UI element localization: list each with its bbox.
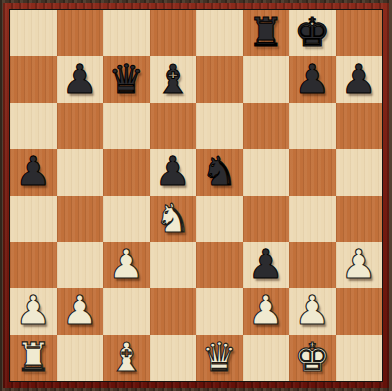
piece-white-rook-a1[interactable]: ♜ bbox=[15, 337, 51, 377]
square-b2[interactable]: ♟ bbox=[57, 288, 104, 334]
square-h7[interactable]: ♟ bbox=[336, 56, 383, 102]
square-d6[interactable] bbox=[150, 103, 197, 149]
piece-white-king-g1[interactable]: ♚ bbox=[294, 337, 330, 377]
square-g6[interactable] bbox=[289, 103, 336, 149]
square-g7[interactable]: ♟ bbox=[289, 56, 336, 102]
square-a4[interactable] bbox=[10, 196, 57, 242]
piece-white-pawn-c3[interactable]: ♟ bbox=[108, 244, 144, 284]
piece-black-pawn-h7[interactable]: ♟ bbox=[341, 59, 377, 99]
square-g1[interactable]: ♚ bbox=[289, 335, 336, 381]
square-c4[interactable] bbox=[103, 196, 150, 242]
piece-white-pawn-h3[interactable]: ♟ bbox=[341, 244, 377, 284]
square-b3[interactable] bbox=[57, 242, 104, 288]
square-f8[interactable]: ♜ bbox=[243, 10, 290, 56]
square-e8[interactable] bbox=[196, 10, 243, 56]
square-e4[interactable] bbox=[196, 196, 243, 242]
square-a8[interactable] bbox=[10, 10, 57, 56]
piece-white-bishop-c1[interactable]: ♝ bbox=[108, 337, 144, 377]
square-c6[interactable] bbox=[103, 103, 150, 149]
piece-black-knight-e5[interactable]: ♞ bbox=[201, 151, 237, 191]
piece-white-knight-d4[interactable]: ♞ bbox=[155, 198, 191, 238]
square-b4[interactable] bbox=[57, 196, 104, 242]
square-d7[interactable]: ♝ bbox=[150, 56, 197, 102]
square-c3[interactable]: ♟ bbox=[103, 242, 150, 288]
square-b8[interactable] bbox=[57, 10, 104, 56]
square-h5[interactable] bbox=[336, 149, 383, 195]
piece-black-pawn-b7[interactable]: ♟ bbox=[62, 59, 98, 99]
square-c5[interactable] bbox=[103, 149, 150, 195]
piece-black-pawn-g7[interactable]: ♟ bbox=[294, 59, 330, 99]
board-outer-frame: ♜♚♟♛♝♟♟♟♟♞♞♟♟♟♟♟♟♟♜♝♛♚ bbox=[0, 0, 392, 391]
square-g8[interactable]: ♚ bbox=[289, 10, 336, 56]
square-g4[interactable] bbox=[289, 196, 336, 242]
square-d3[interactable] bbox=[150, 242, 197, 288]
square-a1[interactable]: ♜ bbox=[10, 335, 57, 381]
square-h1[interactable] bbox=[336, 335, 383, 381]
piece-white-queen-e1[interactable]: ♛ bbox=[201, 337, 237, 377]
square-d2[interactable] bbox=[150, 288, 197, 334]
square-c1[interactable]: ♝ bbox=[103, 335, 150, 381]
square-f5[interactable] bbox=[243, 149, 290, 195]
piece-black-pawn-f3[interactable]: ♟ bbox=[248, 244, 284, 284]
square-f1[interactable] bbox=[243, 335, 290, 381]
square-a7[interactable] bbox=[10, 56, 57, 102]
piece-black-pawn-d5[interactable]: ♟ bbox=[155, 151, 191, 191]
square-h6[interactable] bbox=[336, 103, 383, 149]
square-a2[interactable]: ♟ bbox=[10, 288, 57, 334]
piece-white-pawn-f2[interactable]: ♟ bbox=[248, 290, 284, 330]
square-h2[interactable] bbox=[336, 288, 383, 334]
square-d8[interactable] bbox=[150, 10, 197, 56]
square-a5[interactable]: ♟ bbox=[10, 149, 57, 195]
square-e7[interactable] bbox=[196, 56, 243, 102]
piece-white-pawn-g2[interactable]: ♟ bbox=[294, 290, 330, 330]
square-e2[interactable] bbox=[196, 288, 243, 334]
piece-white-pawn-a2[interactable]: ♟ bbox=[15, 290, 51, 330]
square-f4[interactable] bbox=[243, 196, 290, 242]
square-c8[interactable] bbox=[103, 10, 150, 56]
square-h8[interactable] bbox=[336, 10, 383, 56]
piece-white-pawn-b2[interactable]: ♟ bbox=[62, 290, 98, 330]
square-g2[interactable]: ♟ bbox=[289, 288, 336, 334]
chess-board: ♜♚♟♛♝♟♟♟♟♞♞♟♟♟♟♟♟♟♜♝♛♚ bbox=[9, 9, 383, 382]
square-a3[interactable] bbox=[10, 242, 57, 288]
square-b6[interactable] bbox=[57, 103, 104, 149]
square-h3[interactable]: ♟ bbox=[336, 242, 383, 288]
square-e6[interactable] bbox=[196, 103, 243, 149]
square-a6[interactable] bbox=[10, 103, 57, 149]
square-b5[interactable] bbox=[57, 149, 104, 195]
square-f3[interactable]: ♟ bbox=[243, 242, 290, 288]
square-h4[interactable] bbox=[336, 196, 383, 242]
square-e1[interactable]: ♛ bbox=[196, 335, 243, 381]
square-f7[interactable] bbox=[243, 56, 290, 102]
square-c7[interactable]: ♛ bbox=[103, 56, 150, 102]
square-d4[interactable]: ♞ bbox=[150, 196, 197, 242]
piece-black-queen-c7[interactable]: ♛ bbox=[108, 59, 144, 99]
piece-black-rook-f8[interactable]: ♜ bbox=[248, 12, 284, 52]
square-d5[interactable]: ♟ bbox=[150, 149, 197, 195]
square-g5[interactable] bbox=[289, 149, 336, 195]
board-border: ♜♚♟♛♝♟♟♟♟♞♞♟♟♟♟♟♟♟♜♝♛♚ bbox=[3, 3, 389, 388]
square-f2[interactable]: ♟ bbox=[243, 288, 290, 334]
piece-black-bishop-d7[interactable]: ♝ bbox=[155, 59, 191, 99]
square-c2[interactable] bbox=[103, 288, 150, 334]
square-b1[interactable] bbox=[57, 335, 104, 381]
square-b7[interactable]: ♟ bbox=[57, 56, 104, 102]
square-g3[interactable] bbox=[289, 242, 336, 288]
square-d1[interactable] bbox=[150, 335, 197, 381]
square-f6[interactable] bbox=[243, 103, 290, 149]
piece-black-king-g8[interactable]: ♚ bbox=[294, 12, 330, 52]
square-e5[interactable]: ♞ bbox=[196, 149, 243, 195]
piece-black-pawn-a5[interactable]: ♟ bbox=[15, 151, 51, 191]
square-e3[interactable] bbox=[196, 242, 243, 288]
